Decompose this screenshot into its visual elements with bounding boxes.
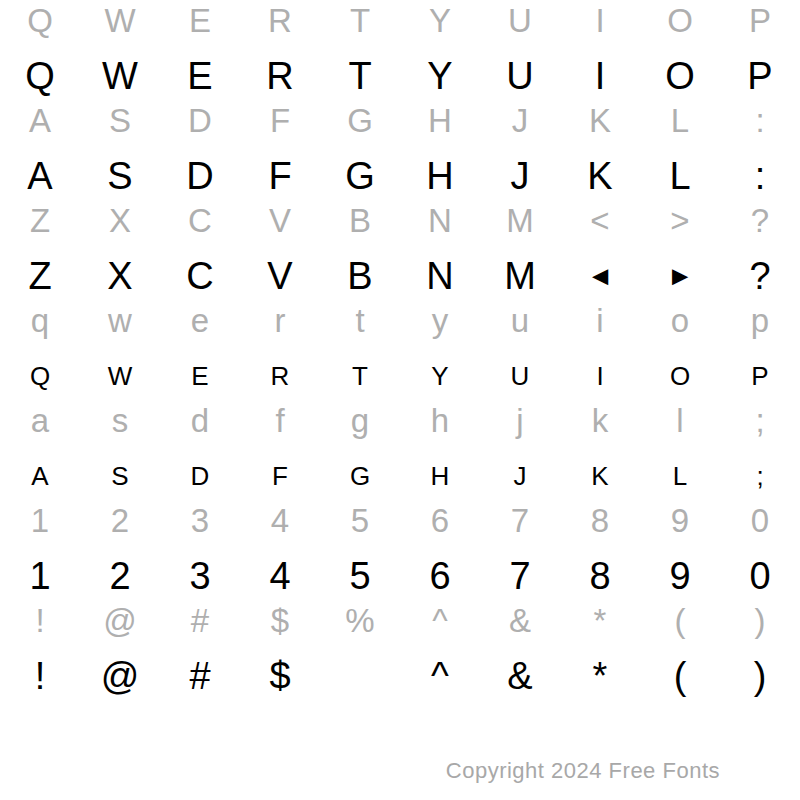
- character-grid: QWERTYUIOPQWERTYUIOPASDFGHJKL:ASDFGHJKL:…: [0, 0, 800, 700]
- glyph-cell: L: [640, 452, 720, 500]
- glyph-cell: t: [320, 300, 400, 340]
- glyph-cell: U: [480, 352, 560, 400]
- glyph-cell: A: [0, 452, 80, 500]
- glyph-cell: S: [80, 152, 160, 200]
- glyph-cell: 3: [160, 500, 240, 540]
- glyph-cell: W: [80, 0, 160, 40]
- grid-row-14: !@#$^&*(): [0, 640, 800, 700]
- glyph-cell: V: [240, 200, 320, 240]
- grid-row-9: asdfghjkl;: [0, 400, 800, 440]
- glyph-cell: V: [240, 252, 320, 300]
- glyph-cell: X: [80, 200, 160, 240]
- glyph-cell: <: [560, 200, 640, 240]
- grid-row-2: QWERTYUIOP: [0, 40, 800, 100]
- glyph-cell: o: [640, 300, 720, 340]
- glyph-cell: 9: [640, 552, 720, 600]
- glyph-cell: R: [240, 52, 320, 100]
- glyph-cell: s: [80, 400, 160, 440]
- glyph-cell: R: [240, 0, 320, 40]
- glyph-cell: ?: [720, 200, 800, 240]
- grid-row-5: ZXCVBNM<>?: [0, 200, 800, 240]
- glyph-cell: A: [0, 152, 80, 200]
- glyph-cell: G: [320, 452, 400, 500]
- glyph-cell: 7: [480, 500, 560, 540]
- glyph-cell: Y: [400, 0, 480, 40]
- glyph-cell: 2: [80, 552, 160, 600]
- glyph-cell: 6: [400, 552, 480, 600]
- glyph-cell: J: [480, 452, 560, 500]
- glyph-cell: O: [640, 352, 720, 400]
- glyph-cell: Y: [400, 52, 480, 100]
- glyph-cell: Y: [400, 352, 480, 400]
- glyph-cell: e: [160, 300, 240, 340]
- glyph-cell: G: [320, 100, 400, 140]
- glyph-cell: (: [640, 652, 720, 700]
- glyph-cell: S: [80, 452, 160, 500]
- glyph-cell: h: [400, 400, 480, 440]
- glyph-cell: %: [320, 600, 400, 640]
- glyph-cell: 0: [720, 500, 800, 540]
- glyph-cell: N: [400, 252, 480, 300]
- glyph-cell: i: [560, 300, 640, 340]
- empty-cell: [320, 652, 400, 700]
- grid-row-12: 1234567890: [0, 540, 800, 600]
- glyph-cell: B: [320, 252, 400, 300]
- glyph-cell: ◄: [560, 252, 640, 300]
- glyph-cell: T: [320, 0, 400, 40]
- glyph-cell: I: [560, 0, 640, 40]
- glyph-cell: C: [160, 200, 240, 240]
- glyph-cell: D: [160, 152, 240, 200]
- glyph-cell: 1: [0, 552, 80, 600]
- glyph-cell: J: [480, 100, 560, 140]
- grid-row-4: ASDFGHJKL:: [0, 140, 800, 200]
- glyph-cell: L: [640, 100, 720, 140]
- grid-row-7: qwertyuiop: [0, 300, 800, 340]
- glyph-cell: F: [240, 452, 320, 500]
- glyph-cell: B: [320, 200, 400, 240]
- grid-row-13: !@#$%^&*(): [0, 600, 800, 640]
- glyph-cell: y: [400, 300, 480, 340]
- glyph-cell: W: [80, 352, 160, 400]
- glyph-cell: &: [480, 600, 560, 640]
- grid-row-6: ZXCVBNM◄►?: [0, 240, 800, 300]
- glyph-cell: 4: [240, 500, 320, 540]
- glyph-cell: 8: [560, 500, 640, 540]
- glyph-cell: (: [640, 600, 720, 640]
- glyph-cell: 8: [560, 552, 640, 600]
- glyph-cell: k: [560, 400, 640, 440]
- glyph-cell: w: [80, 300, 160, 340]
- glyph-cell: K: [560, 452, 640, 500]
- glyph-cell: *: [560, 652, 640, 700]
- glyph-cell: g: [320, 400, 400, 440]
- glyph-cell: O: [640, 0, 720, 40]
- glyph-cell: A: [0, 100, 80, 140]
- glyph-cell: Z: [0, 200, 80, 240]
- glyph-cell: M: [480, 200, 560, 240]
- glyph-cell: Q: [0, 52, 80, 100]
- glyph-cell: W: [80, 52, 160, 100]
- glyph-cell: U: [480, 52, 560, 100]
- grid-row-1: QWERTYUIOP: [0, 0, 800, 40]
- glyph-cell: @: [80, 652, 160, 700]
- glyph-cell: T: [320, 52, 400, 100]
- glyph-cell: ^: [400, 652, 480, 700]
- glyph-cell: $: [240, 600, 320, 640]
- glyph-cell: !: [0, 652, 80, 700]
- glyph-cell: 4: [240, 552, 320, 600]
- glyph-cell: Z: [0, 252, 80, 300]
- glyph-cell: D: [160, 100, 240, 140]
- glyph-cell: 3: [160, 552, 240, 600]
- glyph-cell: N: [400, 200, 480, 240]
- glyph-cell: ): [720, 600, 800, 640]
- glyph-cell: j: [480, 400, 560, 440]
- grid-row-8: QWERTYUIOP: [0, 340, 800, 400]
- glyph-cell: 2: [80, 500, 160, 540]
- glyph-cell: R: [240, 352, 320, 400]
- glyph-cell: M: [480, 252, 560, 300]
- glyph-cell: 6: [400, 500, 480, 540]
- glyph-cell: H: [400, 152, 480, 200]
- glyph-cell: :: [720, 100, 800, 140]
- glyph-cell: E: [160, 52, 240, 100]
- grid-row-11: 1234567890: [0, 500, 800, 540]
- glyph-cell: d: [160, 400, 240, 440]
- glyph-cell: H: [400, 100, 480, 140]
- glyph-cell: K: [560, 152, 640, 200]
- glyph-cell: P: [720, 52, 800, 100]
- glyph-cell: I: [560, 52, 640, 100]
- glyph-cell: 7: [480, 552, 560, 600]
- glyph-cell: ): [720, 652, 800, 700]
- glyph-cell: ^: [400, 600, 480, 640]
- glyph-cell: O: [640, 52, 720, 100]
- glyph-cell: J: [480, 152, 560, 200]
- glyph-cell: ;: [720, 400, 800, 440]
- glyph-cell: E: [160, 352, 240, 400]
- glyph-cell: P: [720, 0, 800, 40]
- glyph-cell: X: [80, 252, 160, 300]
- glyph-cell: 1: [0, 500, 80, 540]
- glyph-cell: T: [320, 352, 400, 400]
- glyph-cell: #: [160, 600, 240, 640]
- glyph-cell: C: [160, 252, 240, 300]
- glyph-cell: E: [160, 0, 240, 40]
- glyph-cell: :: [720, 152, 800, 200]
- glyph-cell: f: [240, 400, 320, 440]
- grid-row-3: ASDFGHJKL:: [0, 100, 800, 140]
- glyph-cell: 9: [640, 500, 720, 540]
- glyph-cell: $: [240, 652, 320, 700]
- glyph-cell: F: [240, 100, 320, 140]
- glyph-cell: &: [480, 652, 560, 700]
- glyph-cell: 5: [320, 500, 400, 540]
- glyph-cell: ►: [640, 252, 720, 300]
- glyph-cell: H: [400, 452, 480, 500]
- glyph-cell: r: [240, 300, 320, 340]
- grid-row-10: ASDFGHJKL;: [0, 440, 800, 500]
- glyph-cell: !: [0, 600, 80, 640]
- glyph-cell: l: [640, 400, 720, 440]
- glyph-cell: >: [640, 200, 720, 240]
- glyph-cell: #: [160, 652, 240, 700]
- glyph-cell: a: [0, 400, 80, 440]
- glyph-cell: G: [320, 152, 400, 200]
- glyph-cell: K: [560, 100, 640, 140]
- glyph-cell: Q: [0, 0, 80, 40]
- glyph-cell: ?: [720, 252, 800, 300]
- glyph-cell: L: [640, 152, 720, 200]
- glyph-cell: p: [720, 300, 800, 340]
- glyph-cell: ;: [720, 452, 800, 500]
- glyph-cell: I: [560, 352, 640, 400]
- glyph-cell: Q: [0, 352, 80, 400]
- glyph-cell: D: [160, 452, 240, 500]
- glyph-cell: 5: [320, 552, 400, 600]
- copyright-watermark: Copyright 2024 Free Fonts: [446, 758, 720, 784]
- glyph-cell: *: [560, 600, 640, 640]
- glyph-cell: F: [240, 152, 320, 200]
- glyph-cell: S: [80, 100, 160, 140]
- glyph-cell: 0: [720, 552, 800, 600]
- glyph-cell: u: [480, 300, 560, 340]
- glyph-cell: q: [0, 300, 80, 340]
- glyph-cell: @: [80, 600, 160, 640]
- glyph-cell: U: [480, 0, 560, 40]
- glyph-cell: P: [720, 352, 800, 400]
